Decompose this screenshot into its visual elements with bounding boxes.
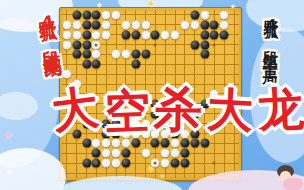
intersection xyxy=(72,59,82,69)
intersection xyxy=(219,50,229,60)
intersection xyxy=(160,59,170,69)
intersection xyxy=(141,40,151,50)
intersection xyxy=(150,30,160,40)
intersection xyxy=(150,40,160,50)
intersection xyxy=(111,50,121,60)
black-stone xyxy=(180,159,189,168)
intersection xyxy=(62,148,72,158)
sparkle-icon: ✦ xyxy=(230,4,236,11)
intersection xyxy=(121,158,131,168)
intersection xyxy=(82,20,92,30)
intersection xyxy=(111,40,121,50)
intersection xyxy=(72,40,82,50)
intersection xyxy=(219,20,229,30)
intersection xyxy=(131,59,141,69)
intersection xyxy=(229,10,239,20)
intersection xyxy=(190,69,200,79)
intersection xyxy=(111,148,121,158)
white-stone xyxy=(62,40,71,49)
intersection xyxy=(72,50,82,60)
intersection xyxy=(111,69,121,79)
white-stone xyxy=(92,139,101,148)
intersection xyxy=(180,50,190,60)
intersection xyxy=(121,10,131,20)
intersection xyxy=(141,69,151,79)
intersection xyxy=(111,59,121,69)
intersection xyxy=(91,138,101,148)
white-stone xyxy=(190,20,199,29)
intersection xyxy=(170,59,180,69)
black-stone xyxy=(161,139,170,148)
intersection xyxy=(131,50,141,60)
white-stone xyxy=(180,20,189,29)
white-stone xyxy=(62,20,71,29)
intersection xyxy=(190,10,200,20)
intersection xyxy=(160,148,170,158)
intersection xyxy=(141,30,151,40)
intersection xyxy=(200,40,210,50)
intersection xyxy=(160,10,170,20)
intersection xyxy=(91,30,101,40)
intersection xyxy=(150,138,160,148)
white-stone xyxy=(112,149,121,158)
intersection xyxy=(170,158,180,168)
intersection xyxy=(82,168,92,178)
intersection xyxy=(121,20,131,30)
intersection xyxy=(101,40,111,50)
white-stone xyxy=(112,159,121,168)
intersection xyxy=(209,138,219,148)
black-stone xyxy=(82,50,91,59)
white-stone xyxy=(92,40,101,49)
intersection xyxy=(219,138,229,148)
title-overlay: 大空杀大龙 xyxy=(52,86,304,132)
intersection xyxy=(72,158,82,168)
white-stone xyxy=(161,30,170,39)
intersection xyxy=(82,40,92,50)
intersection xyxy=(160,138,170,148)
intersection xyxy=(91,158,101,168)
intersection xyxy=(229,148,239,158)
intersection xyxy=(101,30,111,40)
intersection xyxy=(62,30,72,40)
intersection xyxy=(219,59,229,69)
black-stone xyxy=(92,10,101,19)
black-stone xyxy=(131,30,140,39)
white-stone xyxy=(102,139,111,148)
intersection xyxy=(72,69,82,79)
white-stone xyxy=(121,20,130,29)
intersection xyxy=(190,148,200,158)
intersection xyxy=(219,40,229,50)
intersection xyxy=(111,10,121,20)
intersection xyxy=(170,40,180,50)
intersection xyxy=(111,138,121,148)
intersection xyxy=(180,168,190,178)
intersection xyxy=(62,138,72,148)
intersection xyxy=(62,10,72,20)
sparkle-icon: ✦ xyxy=(96,2,103,10)
black-stone xyxy=(82,20,91,29)
intersection xyxy=(170,20,180,30)
black-stone xyxy=(72,10,81,19)
white-stone xyxy=(102,149,111,158)
white-stone xyxy=(121,139,130,148)
title-char: 杀 xyxy=(153,84,202,133)
intersection xyxy=(82,148,92,158)
intersection xyxy=(170,10,180,20)
intersection xyxy=(91,20,101,30)
intersection xyxy=(200,138,210,148)
intersection xyxy=(209,20,219,30)
intersection xyxy=(121,69,131,79)
black-stone xyxy=(190,10,199,19)
intersection xyxy=(131,148,141,158)
intersection xyxy=(190,59,200,69)
intersection xyxy=(180,10,190,20)
intersection xyxy=(200,59,210,69)
black-stone xyxy=(200,139,209,148)
intersection xyxy=(160,158,170,168)
intersection xyxy=(150,148,160,158)
mascot-body xyxy=(283,178,303,190)
left-caption: 野狐4段以柔克刚 xyxy=(36,6,59,49)
intersection xyxy=(180,69,190,79)
white-stone xyxy=(112,139,121,148)
intersection xyxy=(72,30,82,40)
intersection xyxy=(180,40,190,50)
intersection xyxy=(229,59,239,69)
intersection xyxy=(131,10,141,20)
intersection xyxy=(111,30,121,40)
white-stone xyxy=(102,30,111,39)
black-stone xyxy=(121,149,130,158)
white-stone xyxy=(92,50,101,59)
white-stone xyxy=(121,50,130,59)
sparkle-icon: ✦ xyxy=(4,130,13,141)
intersection xyxy=(121,30,131,40)
intersection xyxy=(160,20,170,30)
intersection xyxy=(150,20,160,30)
intersection xyxy=(190,30,200,40)
intersection xyxy=(111,158,121,168)
intersection xyxy=(219,10,229,20)
intersection xyxy=(101,158,111,168)
black-stone xyxy=(210,30,219,39)
intersection xyxy=(62,50,72,60)
intersection xyxy=(82,158,92,168)
intersection xyxy=(170,50,180,60)
intersection xyxy=(82,10,92,20)
intersection xyxy=(229,30,239,40)
intersection xyxy=(209,59,219,69)
intersection xyxy=(190,168,200,178)
black-stone xyxy=(131,50,140,59)
white-stone xyxy=(72,30,81,39)
black-stone xyxy=(190,40,199,49)
black-stone xyxy=(220,30,229,39)
intersection xyxy=(200,69,210,79)
black-stone xyxy=(72,50,81,59)
intersection xyxy=(229,158,239,168)
black-stone xyxy=(92,20,101,29)
intersection xyxy=(200,148,210,158)
intersection xyxy=(190,40,200,50)
title-char: 空 xyxy=(103,87,151,135)
intersection xyxy=(101,20,111,30)
intersection xyxy=(170,30,180,40)
intersection xyxy=(150,10,160,20)
intersection xyxy=(209,50,219,60)
intersection xyxy=(141,59,151,69)
white-stone xyxy=(141,30,150,39)
intersection xyxy=(180,59,190,69)
intersection xyxy=(150,59,160,69)
mascot-character xyxy=(270,165,304,190)
intersection xyxy=(72,20,82,30)
black-stone xyxy=(82,10,91,19)
intersection xyxy=(160,30,170,40)
intersection xyxy=(101,148,111,158)
intersection xyxy=(62,59,72,69)
intersection xyxy=(72,148,82,158)
intersection xyxy=(141,20,151,30)
intersection xyxy=(121,50,131,60)
intersection xyxy=(180,138,190,148)
intersection xyxy=(180,20,190,30)
intersection xyxy=(131,69,141,79)
black-stone xyxy=(92,60,101,69)
intersection xyxy=(209,69,219,79)
black-stone xyxy=(82,30,91,39)
black-stone xyxy=(200,40,209,49)
intersection xyxy=(101,138,111,148)
intersection xyxy=(131,40,141,50)
intersection xyxy=(82,59,92,69)
sparkle-icon: ✦ xyxy=(159,173,166,181)
white-stone xyxy=(141,149,150,158)
white-stone xyxy=(62,70,71,79)
title-char: 龙 xyxy=(257,85,304,133)
white-stone xyxy=(72,20,81,29)
thumbnail-stage: 野狐4段以柔克刚 野狐4段第二十三局 大空杀大龙 ✦ ✦ ✦ ✦ ✦ ✦ ✦ xyxy=(0,0,304,190)
black-stone xyxy=(210,20,219,29)
black-stone xyxy=(200,20,209,29)
intersection xyxy=(190,138,200,148)
white-stone xyxy=(161,159,170,168)
intersection xyxy=(131,158,141,168)
intersection xyxy=(131,20,141,30)
intersection xyxy=(141,10,151,20)
intersection xyxy=(209,148,219,158)
intersection xyxy=(101,50,111,60)
white-stone xyxy=(141,20,150,29)
title-char: 大 xyxy=(49,83,100,134)
white-stone xyxy=(131,20,140,29)
white-stone xyxy=(62,30,71,39)
intersection xyxy=(170,138,180,148)
intersection xyxy=(121,40,131,50)
intersection xyxy=(229,40,239,50)
intersection xyxy=(229,138,239,148)
black-stone xyxy=(82,139,91,148)
intersection xyxy=(62,20,72,30)
white-stone xyxy=(161,149,170,158)
white-stone xyxy=(102,20,111,29)
intersection xyxy=(219,158,229,168)
black-stone xyxy=(92,149,101,158)
intersection xyxy=(91,50,101,60)
intersection xyxy=(160,40,170,50)
black-stone xyxy=(171,159,180,168)
intersection xyxy=(91,10,101,20)
intersection xyxy=(209,30,219,40)
intersection xyxy=(72,168,82,178)
black-stone xyxy=(200,50,209,59)
intersection xyxy=(180,148,190,158)
intersection xyxy=(101,10,111,20)
sparkle-icon: ✦ xyxy=(146,0,156,10)
intersection xyxy=(82,138,92,148)
intersection xyxy=(72,138,82,148)
white-stone xyxy=(92,30,101,39)
intersection xyxy=(229,50,239,60)
black-stone xyxy=(92,159,101,168)
intersection xyxy=(190,20,200,30)
black-stone xyxy=(180,149,189,158)
intersection xyxy=(101,59,111,69)
intersection xyxy=(111,20,121,30)
black-stone xyxy=(151,30,160,39)
intersection xyxy=(200,10,210,20)
white-stone xyxy=(102,159,111,168)
black-stone xyxy=(151,139,160,148)
intersection xyxy=(200,20,210,30)
intersection xyxy=(200,50,210,60)
intersection xyxy=(170,148,180,158)
intersection xyxy=(150,69,160,79)
intersection xyxy=(82,50,92,60)
intersection xyxy=(131,30,141,40)
intersection xyxy=(150,50,160,60)
intersection xyxy=(229,69,239,79)
intersection xyxy=(141,138,151,148)
white-stone xyxy=(171,139,180,148)
intersection xyxy=(219,148,229,158)
intersection xyxy=(160,69,170,79)
black-stone xyxy=(82,159,91,168)
intersection xyxy=(190,158,200,168)
intersection xyxy=(200,30,210,40)
white-stone xyxy=(200,10,209,19)
white-stone xyxy=(171,30,180,39)
black-stone xyxy=(141,50,150,59)
white-stone xyxy=(112,10,121,19)
intersection xyxy=(141,50,151,60)
black-stone xyxy=(121,30,130,39)
intersection xyxy=(82,69,92,79)
sparkle-icon: ✦ xyxy=(146,164,155,175)
intersection xyxy=(91,59,101,69)
intersection xyxy=(121,138,131,148)
intersection xyxy=(82,30,92,40)
intersection xyxy=(200,158,210,168)
white-stone xyxy=(102,10,111,19)
intersection xyxy=(209,158,219,168)
sparkle-icon: ✦ xyxy=(6,168,14,177)
black-stone xyxy=(131,139,140,148)
white-stone xyxy=(112,50,121,59)
intersection xyxy=(91,40,101,50)
black-stone xyxy=(72,40,81,49)
black-stone xyxy=(121,159,130,168)
title-char: 大 xyxy=(205,86,253,134)
intersection xyxy=(170,168,180,178)
intersection xyxy=(121,148,131,158)
intersection xyxy=(160,50,170,60)
black-stone xyxy=(190,139,199,148)
intersection xyxy=(62,40,72,50)
intersection xyxy=(91,148,101,158)
intersection xyxy=(62,69,72,79)
black-stone xyxy=(82,40,91,49)
intersection xyxy=(131,138,141,148)
intersection xyxy=(209,10,219,20)
intersection xyxy=(180,30,190,40)
black-stone xyxy=(200,30,209,39)
intersection xyxy=(219,30,229,40)
intersection xyxy=(209,40,219,50)
intersection xyxy=(219,69,229,79)
intersection xyxy=(91,69,101,79)
right-caption: 野狐4段第二十三局 xyxy=(262,8,278,62)
intersection xyxy=(190,50,200,60)
intersection xyxy=(229,20,239,30)
black-stone xyxy=(82,60,91,69)
intersection xyxy=(170,69,180,79)
intersection xyxy=(101,69,111,79)
black-stone xyxy=(131,60,140,69)
intersection xyxy=(180,158,190,168)
white-stone xyxy=(171,149,180,158)
white-stone xyxy=(220,10,229,19)
intersection xyxy=(141,148,151,158)
white-stone xyxy=(220,20,229,29)
intersection xyxy=(72,10,82,20)
black-stone xyxy=(180,139,189,148)
intersection xyxy=(121,59,131,69)
